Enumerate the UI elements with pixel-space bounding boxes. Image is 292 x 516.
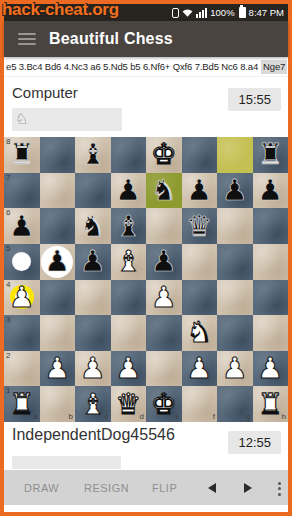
square-e6[interactable] <box>146 208 182 244</box>
square-c2[interactable]: ♟ <box>75 351 111 387</box>
square-h7[interactable]: ♟ <box>253 173 289 209</box>
black-rook: ♜ <box>9 140 35 169</box>
file-label-h: h <box>282 413 286 421</box>
app-title: Beautiful Chess <box>49 30 173 48</box>
square-h8[interactable]: ♜ <box>253 137 289 173</box>
black-knight: ♞ <box>80 212 106 241</box>
black-bishop: ♝ <box>80 140 106 169</box>
file-label-a: a <box>33 413 37 421</box>
square-d1[interactable]: d♛ <box>111 386 147 422</box>
battery-icon <box>239 7 246 18</box>
battery-percent: 100% <box>210 7 234 18</box>
rank-label-7: 7 <box>6 174 10 182</box>
file-label-e: e <box>175 413 179 421</box>
square-g8[interactable] <box>217 137 253 173</box>
square-a5[interactable]: 5 <box>4 244 40 280</box>
white-rook: ♜ <box>9 390 35 419</box>
rank-label-6: 6 <box>6 209 10 217</box>
square-h4[interactable] <box>253 280 289 316</box>
square-c1[interactable]: c♝ <box>75 386 111 422</box>
square-b4[interactable] <box>40 280 76 316</box>
square-f3[interactable]: ♞ <box>182 315 218 351</box>
square-b1[interactable]: b <box>40 386 76 422</box>
square-a7[interactable]: 7 <box>4 173 40 209</box>
rank-label-4: 4 <box>6 281 10 289</box>
square-e1[interactable]: e♚ <box>146 386 182 422</box>
wifi-icon <box>182 8 193 17</box>
player-name: IndependentDog45546 <box>12 426 175 444</box>
square-a3[interactable]: 3 <box>4 315 40 351</box>
square-d6[interactable]: ♝ <box>111 208 147 244</box>
white-pawn: ♟ <box>222 354 248 383</box>
square-f6[interactable]: ♛ <box>182 208 218 244</box>
square-b7[interactable] <box>40 173 76 209</box>
black-pawn: ♟ <box>80 247 106 276</box>
square-d8[interactable] <box>111 137 147 173</box>
square-b8[interactable] <box>40 137 76 173</box>
white-bishop: ♝ <box>80 390 106 419</box>
captured-pieces-tray-top: ♘ <box>12 108 122 131</box>
black-knight: ♞ <box>151 176 177 205</box>
current-move: Nge7 <box>261 60 287 74</box>
bottom-strip <box>4 505 288 512</box>
square-c8[interactable]: ♝ <box>75 137 111 173</box>
square-f8[interactable] <box>182 137 218 173</box>
square-c4[interactable] <box>75 280 111 316</box>
resign-button[interactable]: RESIGN <box>84 470 129 505</box>
black-pawn: ♟ <box>222 176 248 205</box>
square-f5[interactable] <box>182 244 218 280</box>
draw-button[interactable]: DRAW <box>24 470 59 505</box>
black-pawn: ♟ <box>115 176 141 205</box>
player-clock: 12:55 <box>228 431 281 454</box>
square-d7[interactable]: ♟ <box>111 173 147 209</box>
square-e5[interactable]: ♟ <box>146 244 182 280</box>
opponent-name: Computer <box>12 84 78 101</box>
square-h3[interactable] <box>253 315 289 351</box>
chess-board: 8♜♝♚♜7♟♞♟♟♟6♟♞♝♛5♟♟♝♟4♟♟3♞2♟♟♟♟♟♟1a♜bc♝d… <box>4 137 288 422</box>
opponent-panel: Computer 15:55 ♘ <box>4 77 288 137</box>
square-g3[interactable] <box>217 315 253 351</box>
prev-move-icon[interactable] <box>208 483 216 493</box>
white-pawn: ♟ <box>9 283 35 312</box>
square-c6[interactable]: ♞ <box>75 208 111 244</box>
black-rook: ♜ <box>257 140 283 169</box>
hamburger-icon[interactable] <box>18 30 36 48</box>
square-g5[interactable] <box>217 244 253 280</box>
rank-label-1: 1 <box>6 387 10 395</box>
black-pawn: ♟ <box>9 212 35 241</box>
white-pawn: ♟ <box>186 354 212 383</box>
square-d3[interactable] <box>111 315 147 351</box>
square-a8[interactable]: 8♜ <box>4 137 40 173</box>
rank-label-3: 3 <box>6 316 10 324</box>
file-label-g: g <box>246 413 250 421</box>
square-a4[interactable]: 4♟ <box>4 280 40 316</box>
battery-saver-icon <box>172 8 179 18</box>
white-knight: ♞ <box>186 318 212 347</box>
move-list[interactable]: e5 3.Bc4 Bd6 4.Nc3 a6 5.Nd5 b5 6.Nf6+ Qx… <box>4 57 288 77</box>
opponent-clock: 15:55 <box>228 88 281 111</box>
file-label-b: b <box>69 413 73 421</box>
square-d4[interactable] <box>111 280 147 316</box>
square-h2[interactable]: ♟ <box>253 351 289 387</box>
rank-label-5: 5 <box>6 245 10 253</box>
rank-label-2: 2 <box>6 352 10 360</box>
square-f2[interactable]: ♟ <box>182 351 218 387</box>
legal-move-indicator[interactable] <box>12 252 31 271</box>
square-e8[interactable]: ♚ <box>146 137 182 173</box>
white-rook: ♜ <box>257 390 283 419</box>
move-list-text: e5 3.Bc4 Bd6 4.Nc3 a6 5.Nd5 b5 6.Nf6+ Qx… <box>6 61 258 72</box>
square-b6[interactable] <box>40 208 76 244</box>
black-pawn: ♟ <box>151 247 177 276</box>
player-panel: IndependentDog45546 12:55 <box>4 422 288 470</box>
black-queen: ♛ <box>186 212 212 241</box>
file-label-d: d <box>140 413 144 421</box>
captured-white-knight-icon: ♘ <box>15 112 28 127</box>
flip-button[interactable]: FLIP <box>152 470 177 505</box>
white-king: ♚ <box>151 390 177 419</box>
square-h6[interactable] <box>253 208 289 244</box>
file-label-c: c <box>105 413 109 421</box>
white-pawn: ♟ <box>151 283 177 312</box>
black-king: ♚ <box>151 140 177 169</box>
black-bishop: ♝ <box>115 212 141 241</box>
bottom-action-bar: DRAW RESIGN FLIP <box>4 470 288 505</box>
next-move-icon[interactable] <box>244 483 252 493</box>
square-d2[interactable]: ♟ <box>111 351 147 387</box>
square-g7[interactable]: ♟ <box>217 173 253 209</box>
square-c5[interactable]: ♟ <box>75 244 111 280</box>
square-g4[interactable] <box>217 280 253 316</box>
white-pawn: ♟ <box>115 354 141 383</box>
square-e2[interactable] <box>146 351 182 387</box>
square-e4[interactable]: ♟ <box>146 280 182 316</box>
square-e7[interactable]: ♞ <box>146 173 182 209</box>
white-pawn: ♟ <box>44 354 70 383</box>
black-pawn: ♟ <box>186 176 212 205</box>
square-b5[interactable]: ♟ <box>40 244 76 280</box>
square-c3[interactable] <box>75 315 111 351</box>
white-pawn: ♟ <box>80 354 106 383</box>
square-f1[interactable]: f <box>182 386 218 422</box>
black-pawn: ♟ <box>257 176 283 205</box>
square-c7[interactable] <box>75 173 111 209</box>
square-d5[interactable]: ♝ <box>111 244 147 280</box>
square-g2[interactable]: ♟ <box>217 351 253 387</box>
square-f4[interactable] <box>182 280 218 316</box>
square-a1[interactable]: 1a♜ <box>4 386 40 422</box>
square-g6[interactable] <box>217 208 253 244</box>
signal-icon <box>196 8 207 18</box>
square-h5[interactable] <box>253 244 289 280</box>
watermark: hack-cheat.org <box>2 0 119 20</box>
app-bar: Beautiful Chess <box>4 21 288 57</box>
square-h1[interactable]: h♜ <box>253 386 289 422</box>
white-pawn: ♟ <box>257 354 283 383</box>
app-screen: 100% 8:47 PM Beautiful Chess e5 3.Bc4 Bd… <box>4 4 288 512</box>
square-f7[interactable]: ♟ <box>182 173 218 209</box>
square-g1[interactable]: g <box>217 386 253 422</box>
white-bishop: ♝ <box>115 247 141 276</box>
square-e3[interactable] <box>146 315 182 351</box>
square-b3[interactable] <box>40 315 76 351</box>
overflow-menu-icon[interactable] <box>278 479 281 498</box>
file-label-f: f <box>213 413 215 421</box>
captured-pieces-tray-bottom <box>12 456 121 469</box>
white-queen: ♛ <box>115 390 141 419</box>
status-time: 8:47 PM <box>249 7 284 18</box>
square-b2[interactable]: ♟ <box>40 351 76 387</box>
square-a6[interactable]: 6♟ <box>4 208 40 244</box>
square-a2[interactable]: 2 <box>4 351 40 387</box>
rank-label-8: 8 <box>6 138 10 146</box>
black-pawn: ♟ <box>44 247 70 276</box>
